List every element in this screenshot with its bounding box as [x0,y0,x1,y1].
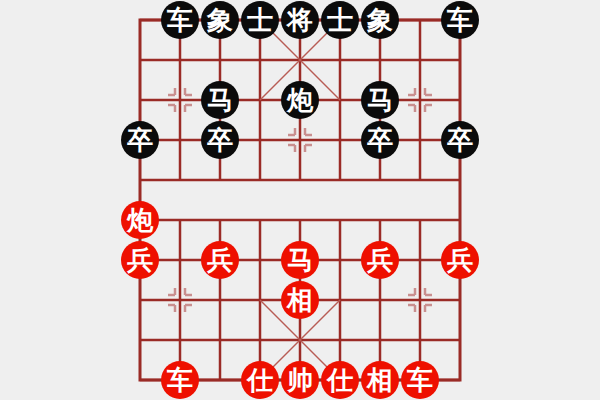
piece-grid[interactable]: 车象士将士象车马炮马卒卒卒卒炮兵兵马兵兵相车仕帅仕相车 [120,0,480,400]
piece-black-elephant[interactable]: 象 [201,1,239,39]
piece-red-advisor[interactable]: 仕 [241,361,279,399]
piece-black-soldier[interactable]: 卒 [121,121,159,159]
piece-black-soldier[interactable]: 卒 [361,121,399,159]
piece-black-horse[interactable]: 马 [201,81,239,119]
piece-black-horse[interactable]: 马 [361,81,399,119]
piece-red-chariot[interactable]: 车 [401,361,439,399]
piece-black-elephant[interactable]: 象 [361,1,399,39]
piece-red-cannon[interactable]: 炮 [121,201,159,239]
piece-black-advisor[interactable]: 士 [241,1,279,39]
piece-black-soldier[interactable]: 卒 [441,121,479,159]
piece-red-soldier[interactable]: 兵 [361,241,399,279]
piece-black-advisor[interactable]: 士 [321,1,359,39]
piece-red-advisor[interactable]: 仕 [321,361,359,399]
xiangqi-board: 车象士将士象车马炮马卒卒卒卒炮兵兵马兵兵相车仕帅仕相车 [0,0,600,400]
piece-black-general[interactable]: 将 [281,1,319,39]
piece-black-soldier[interactable]: 卒 [201,121,239,159]
piece-red-soldier[interactable]: 兵 [201,241,239,279]
piece-red-soldier[interactable]: 兵 [121,241,159,279]
piece-black-chariot[interactable]: 车 [161,1,199,39]
piece-red-elephant[interactable]: 相 [281,281,319,319]
piece-black-chariot[interactable]: 车 [441,1,479,39]
piece-red-horse[interactable]: 马 [281,241,319,279]
piece-red-elephant[interactable]: 相 [361,361,399,399]
piece-red-soldier[interactable]: 兵 [441,241,479,279]
piece-red-chariot[interactable]: 车 [161,361,199,399]
piece-red-general[interactable]: 帅 [281,361,319,399]
piece-black-cannon[interactable]: 炮 [281,81,319,119]
